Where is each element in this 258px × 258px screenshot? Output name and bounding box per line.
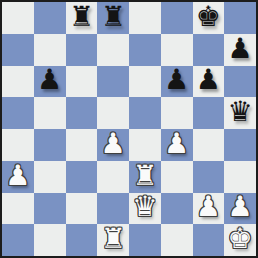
piece-black-rook[interactable]: ♜ [69,3,94,31]
square-f5[interactable] [161,97,193,129]
square-c5[interactable] [66,97,98,129]
square-d5[interactable] [97,97,129,129]
piece-white-pawn[interactable]: ♟ [5,162,30,190]
square-g8[interactable]: ♚ [193,2,225,34]
square-e3[interactable]: ♜ [129,161,161,193]
square-h7[interactable]: ♟ [224,34,256,66]
square-g5[interactable] [193,97,225,129]
square-f2[interactable] [161,193,193,225]
square-f4[interactable]: ♟ [161,129,193,161]
piece-white-pawn[interactable]: ♟ [228,193,253,221]
square-a7[interactable] [2,34,34,66]
square-h4[interactable] [224,129,256,161]
piece-black-queen[interactable]: ♛ [228,98,253,126]
square-d3[interactable] [97,161,129,193]
piece-black-pawn[interactable]: ♟ [228,35,253,63]
square-d8[interactable]: ♜ [97,2,129,34]
square-e6[interactable] [129,66,161,98]
square-b4[interactable] [34,129,66,161]
square-a8[interactable] [2,2,34,34]
square-h3[interactable] [224,161,256,193]
square-h2[interactable]: ♟ [224,193,256,225]
square-f3[interactable] [161,161,193,193]
piece-white-king[interactable]: ♚ [228,225,253,253]
piece-black-rook[interactable]: ♜ [101,3,126,31]
square-b6[interactable]: ♟ [34,66,66,98]
square-c3[interactable] [66,161,98,193]
piece-black-pawn[interactable]: ♟ [37,66,62,94]
square-f1[interactable] [161,224,193,256]
square-a3[interactable]: ♟ [2,161,34,193]
piece-white-pawn[interactable]: ♟ [101,130,126,158]
square-e7[interactable] [129,34,161,66]
piece-white-pawn[interactable]: ♟ [196,193,221,221]
piece-white-queen[interactable]: ♛ [132,193,157,221]
piece-white-pawn[interactable]: ♟ [164,130,189,158]
square-b5[interactable] [34,97,66,129]
square-a5[interactable] [2,97,34,129]
square-e1[interactable] [129,224,161,256]
square-b2[interactable] [34,193,66,225]
square-d4[interactable]: ♟ [97,129,129,161]
square-g3[interactable] [193,161,225,193]
square-d6[interactable] [97,66,129,98]
square-e2[interactable]: ♛ [129,193,161,225]
square-g2[interactable]: ♟ [193,193,225,225]
square-d2[interactable] [97,193,129,225]
square-a1[interactable] [2,224,34,256]
square-h8[interactable] [224,2,256,34]
piece-black-pawn[interactable]: ♟ [164,66,189,94]
square-f8[interactable] [161,2,193,34]
square-b1[interactable] [34,224,66,256]
chess-board: ♜♜♚♟♟♟♟♛♟♟♟♜♛♟♟♜♚ [0,0,258,258]
piece-black-king[interactable]: ♚ [196,3,221,31]
square-h1[interactable]: ♚ [224,224,256,256]
square-g6[interactable]: ♟ [193,66,225,98]
square-c6[interactable] [66,66,98,98]
square-g7[interactable] [193,34,225,66]
square-c1[interactable] [66,224,98,256]
piece-white-rook[interactable]: ♜ [132,162,157,190]
square-f6[interactable]: ♟ [161,66,193,98]
square-f7[interactable] [161,34,193,66]
square-e4[interactable] [129,129,161,161]
square-b7[interactable] [34,34,66,66]
square-d1[interactable]: ♜ [97,224,129,256]
square-g1[interactable] [193,224,225,256]
square-c8[interactable]: ♜ [66,2,98,34]
square-d7[interactable] [97,34,129,66]
square-c4[interactable] [66,129,98,161]
square-g4[interactable] [193,129,225,161]
square-h6[interactable] [224,66,256,98]
square-e8[interactable] [129,2,161,34]
square-a6[interactable] [2,66,34,98]
square-a2[interactable] [2,193,34,225]
square-b3[interactable] [34,161,66,193]
square-b8[interactable] [34,2,66,34]
piece-black-pawn[interactable]: ♟ [196,66,221,94]
piece-white-rook[interactable]: ♜ [101,225,126,253]
square-e5[interactable] [129,97,161,129]
square-c7[interactable] [66,34,98,66]
square-c2[interactable] [66,193,98,225]
board-grid: ♜♜♚♟♟♟♟♛♟♟♟♜♛♟♟♜♚ [2,2,256,256]
square-h5[interactable]: ♛ [224,97,256,129]
square-a4[interactable] [2,129,34,161]
